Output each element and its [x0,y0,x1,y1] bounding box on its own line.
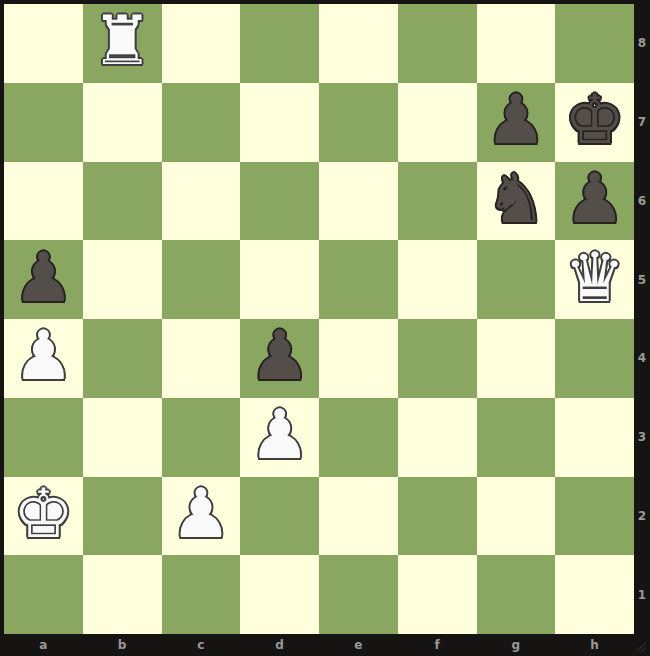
square-c7[interactable] [162,83,241,162]
piece-white-rook-b8[interactable]: ♜ [92,7,153,75]
square-h8[interactable] [555,4,634,83]
square-e3[interactable] [319,398,398,477]
square-f8[interactable] [398,4,477,83]
square-h1[interactable] [555,555,634,634]
square-f1[interactable] [398,555,477,634]
square-e8[interactable] [319,4,398,83]
piece-black-pawn-d4[interactable]: ♟ [249,322,310,390]
square-d5[interactable] [240,240,319,319]
square-b6[interactable] [83,162,162,241]
square-e5[interactable] [319,240,398,319]
square-g7[interactable]: ♟ [477,83,556,162]
square-c8[interactable] [162,4,241,83]
chess-board: ♜♟♚♞♟♟♛♟♟♟♚♟ [4,4,634,634]
square-g5[interactable] [477,240,556,319]
square-a4[interactable]: ♟ [4,319,83,398]
square-a2[interactable]: ♚ [4,477,83,556]
file-label-g: g [477,634,556,656]
square-c2[interactable]: ♟ [162,477,241,556]
square-h2[interactable] [555,477,634,556]
rank-label-7: 7 [634,83,650,162]
piece-black-pawn-a5[interactable]: ♟ [13,244,74,312]
square-b1[interactable] [83,555,162,634]
square-g8[interactable] [477,4,556,83]
piece-white-pawn-c2[interactable]: ♟ [170,480,231,548]
square-h4[interactable] [555,319,634,398]
square-d1[interactable] [240,555,319,634]
file-label-d: d [240,634,319,656]
square-d6[interactable] [240,162,319,241]
square-c5[interactable] [162,240,241,319]
piece-white-queen-h5[interactable]: ♛ [564,244,625,312]
square-h5[interactable]: ♛ [555,240,634,319]
square-c4[interactable] [162,319,241,398]
square-a1[interactable] [4,555,83,634]
square-f2[interactable] [398,477,477,556]
rank-label-1: 1 [634,555,650,634]
file-coordinates: abcdefgh [4,634,634,656]
file-label-h: h [555,634,634,656]
square-f6[interactable] [398,162,477,241]
square-a6[interactable] [4,162,83,241]
square-b2[interactable] [83,477,162,556]
rank-label-4: 4 [634,319,650,398]
square-b3[interactable] [83,398,162,477]
piece-white-pawn-a4[interactable]: ♟ [13,322,74,390]
square-c1[interactable] [162,555,241,634]
square-c3[interactable] [162,398,241,477]
square-e6[interactable] [319,162,398,241]
square-f7[interactable] [398,83,477,162]
square-c6[interactable] [162,162,241,241]
square-f3[interactable] [398,398,477,477]
square-d4[interactable]: ♟ [240,319,319,398]
square-d7[interactable] [240,83,319,162]
square-b5[interactable] [83,240,162,319]
piece-black-pawn-h6[interactable]: ♟ [564,165,625,233]
rank-label-8: 8 [634,4,650,83]
square-a3[interactable] [4,398,83,477]
file-label-c: c [162,634,241,656]
chess-app-stage: ♜♟♚♞♟♟♛♟♟♟♚♟ 87654321 abcdefgh [0,0,650,656]
rank-label-5: 5 [634,240,650,319]
square-b7[interactable] [83,83,162,162]
rank-coordinates: 87654321 [634,4,650,634]
square-f4[interactable] [398,319,477,398]
piece-black-king-h7[interactable]: ♚ [564,86,625,154]
square-b8[interactable]: ♜ [83,4,162,83]
rank-label-6: 6 [634,162,650,241]
piece-black-pawn-g7[interactable]: ♟ [485,86,546,154]
rank-label-2: 2 [634,477,650,556]
square-e4[interactable] [319,319,398,398]
square-d8[interactable] [240,4,319,83]
rank-label-3: 3 [634,398,650,477]
square-b4[interactable] [83,319,162,398]
square-a7[interactable] [4,83,83,162]
square-e7[interactable] [319,83,398,162]
square-g1[interactable] [477,555,556,634]
square-g2[interactable] [477,477,556,556]
square-e2[interactable] [319,477,398,556]
piece-white-pawn-d3[interactable]: ♟ [249,401,310,469]
square-h6[interactable]: ♟ [555,162,634,241]
file-label-e: e [319,634,398,656]
square-h3[interactable] [555,398,634,477]
square-e1[interactable] [319,555,398,634]
piece-black-knight-g6[interactable]: ♞ [485,165,546,233]
square-g4[interactable] [477,319,556,398]
piece-white-king-a2[interactable]: ♚ [13,480,74,548]
file-label-f: f [398,634,477,656]
square-h7[interactable]: ♚ [555,83,634,162]
board-resize-handle-icon[interactable] [635,641,647,653]
square-a8[interactable] [4,4,83,83]
square-g3[interactable] [477,398,556,477]
square-g6[interactable]: ♞ [477,162,556,241]
file-label-a: a [4,634,83,656]
square-d3[interactable]: ♟ [240,398,319,477]
square-a5[interactable]: ♟ [4,240,83,319]
square-f5[interactable] [398,240,477,319]
file-label-b: b [83,634,162,656]
square-d2[interactable] [240,477,319,556]
